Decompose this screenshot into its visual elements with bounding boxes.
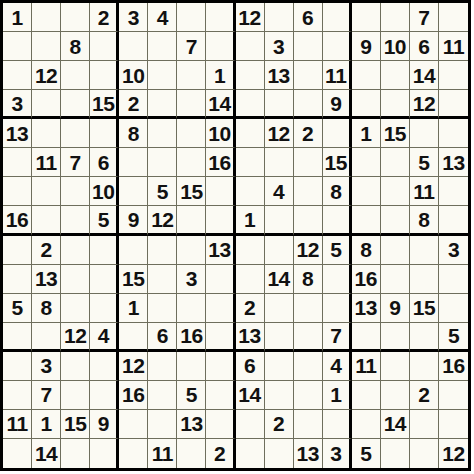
cell-r9c7-empty[interactable] bbox=[177, 236, 206, 265]
cell-r12c12-given: 7 bbox=[323, 323, 352, 352]
cell-r5c9-empty[interactable] bbox=[236, 119, 265, 148]
cell-r9c4-empty[interactable] bbox=[90, 236, 119, 265]
cell-r1c7-empty[interactable] bbox=[177, 3, 206, 32]
cell-r11c15-given: 15 bbox=[410, 294, 439, 323]
cell-r12c7-given: 16 bbox=[177, 323, 206, 352]
cell-r16c7-empty[interactable] bbox=[177, 439, 206, 468]
cell-r13c7-empty[interactable] bbox=[177, 352, 206, 381]
cell-r15c16-empty[interactable] bbox=[439, 410, 468, 439]
cell-r6c13-empty[interactable] bbox=[352, 148, 381, 177]
cell-r9c5-empty[interactable] bbox=[119, 236, 148, 265]
cell-r9c12-given: 5 bbox=[323, 236, 352, 265]
cell-r14c7-given: 5 bbox=[177, 381, 206, 410]
cell-r13c5-given: 12 bbox=[119, 352, 148, 381]
cell-r10c8-empty[interactable] bbox=[206, 265, 235, 294]
cell-r2c12-empty[interactable] bbox=[323, 32, 352, 61]
cell-r8c9-given: 1 bbox=[236, 206, 265, 235]
cell-r8c16-empty[interactable] bbox=[439, 206, 468, 235]
cell-r8c10-empty[interactable] bbox=[265, 206, 294, 235]
cell-r11c2-given: 8 bbox=[32, 294, 61, 323]
cell-r7c5-empty[interactable] bbox=[119, 177, 148, 206]
cell-r5c3-empty[interactable] bbox=[61, 119, 90, 148]
cell-r15c14-given: 14 bbox=[381, 410, 410, 439]
cell-r11c13-given: 13 bbox=[352, 294, 381, 323]
cell-r4c4-given: 15 bbox=[90, 90, 119, 119]
cell-r3c15-given: 14 bbox=[410, 61, 439, 90]
cell-r10c7-given: 3 bbox=[177, 265, 206, 294]
cell-r15c5-empty[interactable] bbox=[119, 410, 148, 439]
cell-r6c16-given: 13 bbox=[439, 148, 468, 177]
cell-r14c16-empty[interactable] bbox=[439, 381, 468, 410]
cell-r14c11-empty[interactable] bbox=[294, 381, 323, 410]
cell-r13c15-empty[interactable] bbox=[410, 352, 439, 381]
cell-r12c10-empty[interactable] bbox=[265, 323, 294, 352]
cell-r12c15-empty[interactable] bbox=[410, 323, 439, 352]
cell-r16c2-given: 14 bbox=[32, 439, 61, 468]
cell-r13c4-empty[interactable] bbox=[90, 352, 119, 381]
cell-r6c1-empty[interactable] bbox=[3, 148, 32, 177]
cell-r10c10-given: 14 bbox=[265, 265, 294, 294]
cell-r7c6-given: 5 bbox=[148, 177, 177, 206]
cell-r3c1-empty[interactable] bbox=[3, 61, 32, 90]
cell-r11c14-given: 9 bbox=[381, 294, 410, 323]
cell-r8c8-empty[interactable] bbox=[206, 206, 235, 235]
cell-r15c2-given: 1 bbox=[32, 410, 61, 439]
cell-r10c5-given: 15 bbox=[119, 265, 148, 294]
cell-r12c13-empty[interactable] bbox=[352, 323, 381, 352]
cell-r5c11-given: 2 bbox=[294, 119, 323, 148]
cell-r9c13-given: 8 bbox=[352, 236, 381, 265]
cell-r3c10-given: 13 bbox=[265, 61, 294, 90]
cell-r7c7-given: 15 bbox=[177, 177, 206, 206]
cell-r10c11-given: 8 bbox=[294, 265, 323, 294]
cell-r2c7-given: 7 bbox=[177, 32, 206, 61]
cell-r16c1-empty[interactable] bbox=[3, 439, 32, 468]
cell-r15c1-given: 11 bbox=[3, 410, 32, 439]
cell-r7c15-given: 11 bbox=[410, 177, 439, 206]
cell-r2c3-given: 8 bbox=[61, 32, 90, 61]
cell-r10c15-empty[interactable] bbox=[410, 265, 439, 294]
cell-r1c12-empty[interactable] bbox=[323, 3, 352, 32]
cell-r8c11-empty[interactable] bbox=[294, 206, 323, 235]
cell-r12c4-given: 4 bbox=[90, 323, 119, 352]
cell-r15c9-empty[interactable] bbox=[236, 410, 265, 439]
cell-r5c10-given: 12 bbox=[265, 119, 294, 148]
cell-r6c5-empty[interactable] bbox=[119, 148, 148, 177]
cell-r15c11-empty[interactable] bbox=[294, 410, 323, 439]
cell-r14c2-given: 7 bbox=[32, 381, 61, 410]
cell-r2c9-empty[interactable] bbox=[236, 32, 265, 61]
cell-r1c5-given: 3 bbox=[119, 3, 148, 32]
cell-r16c15-empty[interactable] bbox=[410, 439, 439, 468]
cell-r6c11-empty[interactable] bbox=[294, 148, 323, 177]
cell-r14c6-empty[interactable] bbox=[148, 381, 177, 410]
cell-r11c9-given: 2 bbox=[236, 294, 265, 323]
cell-r4c3-empty[interactable] bbox=[61, 90, 90, 119]
cell-r13c10-empty[interactable] bbox=[265, 352, 294, 381]
cell-r16c12-given: 3 bbox=[323, 439, 352, 468]
cell-r1c9-given: 12 bbox=[236, 3, 265, 32]
cell-r16c4-empty[interactable] bbox=[90, 439, 119, 468]
cell-r1c10-empty[interactable] bbox=[265, 3, 294, 32]
cell-r13c6-empty[interactable] bbox=[148, 352, 177, 381]
cell-r2c13-given: 9 bbox=[352, 32, 381, 61]
cell-r11c4-empty[interactable] bbox=[90, 294, 119, 323]
cell-r1c1-given: 1 bbox=[3, 3, 32, 32]
cell-r6c2-given: 11 bbox=[32, 148, 61, 177]
cell-r13c16-given: 16 bbox=[439, 352, 468, 381]
cell-r5c16-empty[interactable] bbox=[439, 119, 468, 148]
cell-r7c9-empty[interactable] bbox=[236, 177, 265, 206]
cell-r3c13-empty[interactable] bbox=[352, 61, 381, 90]
cell-r6c8-given: 16 bbox=[206, 148, 235, 177]
cell-r4c6-empty[interactable] bbox=[148, 90, 177, 119]
cell-r9c3-empty[interactable] bbox=[61, 236, 90, 265]
cell-r10c9-empty[interactable] bbox=[236, 265, 265, 294]
cell-r7c10-given: 4 bbox=[265, 177, 294, 206]
cell-r2c5-empty[interactable] bbox=[119, 32, 148, 61]
cell-r8c15-given: 8 bbox=[410, 206, 439, 235]
cell-r5c6-empty[interactable] bbox=[148, 119, 177, 148]
cell-r2c6-empty[interactable] bbox=[148, 32, 177, 61]
cell-r15c4-given: 9 bbox=[90, 410, 119, 439]
cell-r1c16-empty[interactable] bbox=[439, 3, 468, 32]
cell-r16c8-given: 2 bbox=[206, 439, 235, 468]
cell-r15c7-given: 13 bbox=[177, 410, 206, 439]
cell-r4c16-empty[interactable] bbox=[439, 90, 468, 119]
cell-r2c15-given: 6 bbox=[410, 32, 439, 61]
cell-r4c11-empty[interactable] bbox=[294, 90, 323, 119]
cell-r3c6-empty[interactable] bbox=[148, 61, 177, 90]
cell-r1c14-empty[interactable] bbox=[381, 3, 410, 32]
cell-r14c3-empty[interactable] bbox=[61, 381, 90, 410]
cell-r9c14-empty[interactable] bbox=[381, 236, 410, 265]
cell-r2c14-given: 10 bbox=[381, 32, 410, 61]
cell-r8c13-empty[interactable] bbox=[352, 206, 381, 235]
cell-r11c12-empty[interactable] bbox=[323, 294, 352, 323]
cell-r4c7-empty[interactable] bbox=[177, 90, 206, 119]
cell-r13c8-empty[interactable] bbox=[206, 352, 235, 381]
cell-r12c1-empty[interactable] bbox=[3, 323, 32, 352]
cell-r2c4-empty[interactable] bbox=[90, 32, 119, 61]
cell-r9c9-empty[interactable] bbox=[236, 236, 265, 265]
cell-r9c2-given: 2 bbox=[32, 236, 61, 265]
cell-r12c14-empty[interactable] bbox=[381, 323, 410, 352]
cell-r11c3-empty[interactable] bbox=[61, 294, 90, 323]
cell-r10c6-empty[interactable] bbox=[148, 265, 177, 294]
cell-r10c16-empty[interactable] bbox=[439, 265, 468, 294]
cell-r1c13-empty[interactable] bbox=[352, 3, 381, 32]
cell-r14c13-empty[interactable] bbox=[352, 381, 381, 410]
cell-r9c11-given: 12 bbox=[294, 236, 323, 265]
cell-r11c5-given: 1 bbox=[119, 294, 148, 323]
cell-r12c8-empty[interactable] bbox=[206, 323, 235, 352]
cell-r6c7-empty[interactable] bbox=[177, 148, 206, 177]
cell-r14c14-empty[interactable] bbox=[381, 381, 410, 410]
cell-r7c1-empty[interactable] bbox=[3, 177, 32, 206]
cell-r16c5-empty[interactable] bbox=[119, 439, 148, 468]
cell-r15c15-empty[interactable] bbox=[410, 410, 439, 439]
cell-r7c11-empty[interactable] bbox=[294, 177, 323, 206]
cell-r4c10-empty[interactable] bbox=[265, 90, 294, 119]
cell-r9c1-empty[interactable] bbox=[3, 236, 32, 265]
cell-r3c7-empty[interactable] bbox=[177, 61, 206, 90]
cell-r5c14-given: 15 bbox=[381, 119, 410, 148]
sudoku-board: 1234126787391061112101131114315214912138… bbox=[0, 0, 471, 471]
cell-r9c10-empty[interactable] bbox=[265, 236, 294, 265]
cell-r3c14-empty[interactable] bbox=[381, 61, 410, 90]
cell-r11c6-empty[interactable] bbox=[148, 294, 177, 323]
cell-r16c14-empty[interactable] bbox=[381, 439, 410, 468]
cell-r12c3-given: 12 bbox=[61, 323, 90, 352]
cell-r9c8-given: 13 bbox=[206, 236, 235, 265]
cell-r2c10-given: 3 bbox=[265, 32, 294, 61]
cell-r1c3-empty[interactable] bbox=[61, 3, 90, 32]
cell-r6c4-given: 6 bbox=[90, 148, 119, 177]
cell-r16c9-empty[interactable] bbox=[236, 439, 265, 468]
cell-r12c6-given: 6 bbox=[148, 323, 177, 352]
cell-r15c12-empty[interactable] bbox=[323, 410, 352, 439]
cell-r1c11-given: 6 bbox=[294, 3, 323, 32]
cell-r11c16-empty[interactable] bbox=[439, 294, 468, 323]
cell-r2c2-empty[interactable] bbox=[32, 32, 61, 61]
cell-r5c12-empty[interactable] bbox=[323, 119, 352, 148]
cell-r11c10-empty[interactable] bbox=[265, 294, 294, 323]
cell-r5c13-given: 1 bbox=[352, 119, 381, 148]
cell-r12c16-given: 5 bbox=[439, 323, 468, 352]
cell-r14c10-empty[interactable] bbox=[265, 381, 294, 410]
cell-r11c8-empty[interactable] bbox=[206, 294, 235, 323]
cell-r3c16-empty[interactable] bbox=[439, 61, 468, 90]
cell-r10c13-given: 16 bbox=[352, 265, 381, 294]
cell-r3c5-given: 10 bbox=[119, 61, 148, 90]
cell-r5c4-empty[interactable] bbox=[90, 119, 119, 148]
cell-r3c8-given: 1 bbox=[206, 61, 235, 90]
cell-r14c5-given: 16 bbox=[119, 381, 148, 410]
cell-r16c16-given: 12 bbox=[439, 439, 468, 468]
cell-r3c11-empty[interactable] bbox=[294, 61, 323, 90]
cell-r7c16-empty[interactable] bbox=[439, 177, 468, 206]
cell-r9c16-given: 3 bbox=[439, 236, 468, 265]
cell-r15c6-empty[interactable] bbox=[148, 410, 177, 439]
cell-r10c3-empty[interactable] bbox=[61, 265, 90, 294]
cell-r13c2-given: 3 bbox=[32, 352, 61, 381]
cell-r8c3-empty[interactable] bbox=[61, 206, 90, 235]
cell-r3c9-empty[interactable] bbox=[236, 61, 265, 90]
cell-r4c1-given: 3 bbox=[3, 90, 32, 119]
cell-r10c2-given: 13 bbox=[32, 265, 61, 294]
cell-r5c8-given: 10 bbox=[206, 119, 235, 148]
cell-r13c14-empty[interactable] bbox=[381, 352, 410, 381]
cell-r8c7-empty[interactable] bbox=[177, 206, 206, 235]
cell-r1c2-empty[interactable] bbox=[32, 3, 61, 32]
cell-r6c12-given: 15 bbox=[323, 148, 352, 177]
cell-r11c7-empty[interactable] bbox=[177, 294, 206, 323]
cell-r10c4-empty[interactable] bbox=[90, 265, 119, 294]
cell-r12c2-empty[interactable] bbox=[32, 323, 61, 352]
cell-r14c9-given: 14 bbox=[236, 381, 265, 410]
cell-r3c2-given: 12 bbox=[32, 61, 61, 90]
cell-r6c6-empty[interactable] bbox=[148, 148, 177, 177]
cell-r3c4-empty[interactable] bbox=[90, 61, 119, 90]
cell-r11c11-empty[interactable] bbox=[294, 294, 323, 323]
cell-r7c13-empty[interactable] bbox=[352, 177, 381, 206]
cell-r15c10-given: 2 bbox=[265, 410, 294, 439]
cell-r15c3-given: 15 bbox=[61, 410, 90, 439]
cell-r12c5-empty[interactable] bbox=[119, 323, 148, 352]
cell-r7c3-empty[interactable] bbox=[61, 177, 90, 206]
cell-r10c1-empty[interactable] bbox=[3, 265, 32, 294]
cell-r8c1-given: 16 bbox=[3, 206, 32, 235]
cell-r3c3-empty[interactable] bbox=[61, 61, 90, 90]
cell-r6c9-empty[interactable] bbox=[236, 148, 265, 177]
cell-r13c13-given: 11 bbox=[352, 352, 381, 381]
cell-r11c1-given: 5 bbox=[3, 294, 32, 323]
cell-r2c16-given: 11 bbox=[439, 32, 468, 61]
cell-r4c15-given: 12 bbox=[410, 90, 439, 119]
cell-r5c7-empty[interactable] bbox=[177, 119, 206, 148]
cell-r4c2-empty[interactable] bbox=[32, 90, 61, 119]
cell-r12c9-given: 13 bbox=[236, 323, 265, 352]
cell-r16c10-empty[interactable] bbox=[265, 439, 294, 468]
cell-r12c11-empty[interactable] bbox=[294, 323, 323, 352]
cell-r3c12-given: 11 bbox=[323, 61, 352, 90]
cell-r5c15-empty[interactable] bbox=[410, 119, 439, 148]
cell-r15c8-empty[interactable] bbox=[206, 410, 235, 439]
cell-r5c5-given: 8 bbox=[119, 119, 148, 148]
cell-r13c9-given: 6 bbox=[236, 352, 265, 381]
cell-r14c4-empty[interactable] bbox=[90, 381, 119, 410]
cell-r4c9-empty[interactable] bbox=[236, 90, 265, 119]
cell-r1c8-empty[interactable] bbox=[206, 3, 235, 32]
cell-r6c15-given: 5 bbox=[410, 148, 439, 177]
cell-r1c6-given: 4 bbox=[148, 3, 177, 32]
cell-r15c13-empty[interactable] bbox=[352, 410, 381, 439]
cell-r5c2-empty[interactable] bbox=[32, 119, 61, 148]
cell-r14c12-given: 1 bbox=[323, 381, 352, 410]
cell-r16c11-given: 13 bbox=[294, 439, 323, 468]
cell-r7c8-empty[interactable] bbox=[206, 177, 235, 206]
cell-r6c10-empty[interactable] bbox=[265, 148, 294, 177]
cell-r4c13-empty[interactable] bbox=[352, 90, 381, 119]
cell-r13c11-empty[interactable] bbox=[294, 352, 323, 381]
cell-r16c3-empty[interactable] bbox=[61, 439, 90, 468]
cell-r7c12-given: 8 bbox=[323, 177, 352, 206]
cell-r13c12-given: 4 bbox=[323, 352, 352, 381]
cell-r10c14-empty[interactable] bbox=[381, 265, 410, 294]
cell-r14c8-empty[interactable] bbox=[206, 381, 235, 410]
cell-r8c12-empty[interactable] bbox=[323, 206, 352, 235]
cell-r2c11-empty[interactable] bbox=[294, 32, 323, 61]
cell-r8c2-empty[interactable] bbox=[32, 206, 61, 235]
cell-r1c15-given: 7 bbox=[410, 3, 439, 32]
cell-r2c1-empty[interactable] bbox=[3, 32, 32, 61]
cell-r4c5-given: 2 bbox=[119, 90, 148, 119]
cell-r8c6-given: 12 bbox=[148, 206, 177, 235]
cell-r6c3-given: 7 bbox=[61, 148, 90, 177]
cell-r9c6-empty[interactable] bbox=[148, 236, 177, 265]
cell-r4c14-empty[interactable] bbox=[381, 90, 410, 119]
cell-r16c13-given: 5 bbox=[352, 439, 381, 468]
cell-r14c1-empty[interactable] bbox=[3, 381, 32, 410]
cell-r1c4-given: 2 bbox=[90, 3, 119, 32]
cell-r13c3-empty[interactable] bbox=[61, 352, 90, 381]
cell-r13c1-empty[interactable] bbox=[3, 352, 32, 381]
cell-r14c15-given: 2 bbox=[410, 381, 439, 410]
cell-r2c8-empty[interactable] bbox=[206, 32, 235, 61]
cell-r5c1-given: 13 bbox=[3, 119, 32, 148]
cell-r16c6-given: 11 bbox=[148, 439, 177, 468]
cell-r8c4-given: 5 bbox=[90, 206, 119, 235]
cell-r7c2-empty[interactable] bbox=[32, 177, 61, 206]
cell-r8c14-empty[interactable] bbox=[381, 206, 410, 235]
cell-r9c15-empty[interactable] bbox=[410, 236, 439, 265]
cell-r10c12-empty[interactable] bbox=[323, 265, 352, 294]
cell-r8c5-given: 9 bbox=[119, 206, 148, 235]
cell-r7c14-empty[interactable] bbox=[381, 177, 410, 206]
cell-r7c4-given: 10 bbox=[90, 177, 119, 206]
cell-r6c14-empty[interactable] bbox=[381, 148, 410, 177]
cell-r4c8-given: 14 bbox=[206, 90, 235, 119]
cell-r4c12-given: 9 bbox=[323, 90, 352, 119]
